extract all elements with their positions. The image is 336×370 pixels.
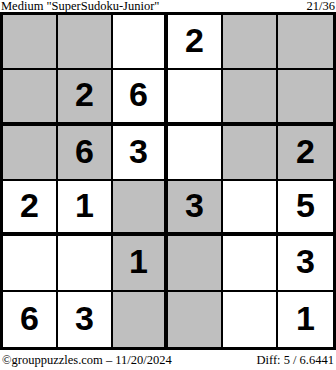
cell-r5c6: 3	[278, 236, 333, 291]
cell-r5c3: 1	[113, 236, 168, 291]
cell-r6c4[interactable]	[168, 292, 223, 347]
cell-r1c4: 2	[168, 15, 223, 70]
cell-r6c3[interactable]	[113, 292, 168, 347]
cell-r3c3: 3	[113, 126, 168, 181]
cell-r5c1[interactable]	[3, 236, 58, 291]
cell-r1c3[interactable]	[113, 15, 168, 70]
cell-r2c5[interactable]	[223, 70, 278, 125]
copyright-text: ©grouppuzzles.com – 11/20/2024	[2, 353, 172, 367]
cell-r1c1[interactable]	[3, 15, 58, 70]
difficulty-text: Diff: 5 / 6.6441	[256, 353, 334, 367]
cell-r2c4[interactable]	[168, 70, 223, 125]
puzzle-title: Medium "SuperSudoku-Junior"	[1, 0, 159, 12]
cell-r4c6: 5	[278, 181, 333, 236]
cell-r4c1: 2	[3, 181, 58, 236]
cell-r3c4[interactable]	[168, 126, 223, 181]
cell-r6c5[interactable]	[223, 292, 278, 347]
cell-r3c5[interactable]	[223, 126, 278, 181]
cell-r4c4: 3	[168, 181, 223, 236]
cell-r1c2[interactable]	[58, 15, 113, 70]
cell-r6c6: 1	[278, 292, 333, 347]
cell-r3c2: 6	[58, 126, 113, 181]
cell-r4c3[interactable]	[113, 181, 168, 236]
cell-r1c6[interactable]	[278, 15, 333, 70]
cell-r2c3: 6	[113, 70, 168, 125]
cell-r4c2: 1	[58, 181, 113, 236]
cell-r5c5[interactable]	[223, 236, 278, 291]
header: Medium "SuperSudoku-Junior" 21/36	[1, 0, 335, 12]
cell-r3c1[interactable]	[3, 126, 58, 181]
cell-r6c1: 6	[3, 292, 58, 347]
footer: ©grouppuzzles.com – 11/20/2024 Diff: 5 /…	[2, 353, 334, 367]
cell-r6c2: 3	[58, 292, 113, 347]
cell-r2c1[interactable]	[3, 70, 58, 125]
sudoku-board: 226632213513631	[0, 12, 336, 350]
cell-r5c4[interactable]	[168, 236, 223, 291]
cell-r4c5[interactable]	[223, 181, 278, 236]
puzzle-counter: 21/36	[307, 0, 335, 12]
cell-r5c2[interactable]	[58, 236, 113, 291]
cell-r2c6[interactable]	[278, 70, 333, 125]
cell-r1c5[interactable]	[223, 15, 278, 70]
cell-r3c6: 2	[278, 126, 333, 181]
cell-r2c2: 2	[58, 70, 113, 125]
